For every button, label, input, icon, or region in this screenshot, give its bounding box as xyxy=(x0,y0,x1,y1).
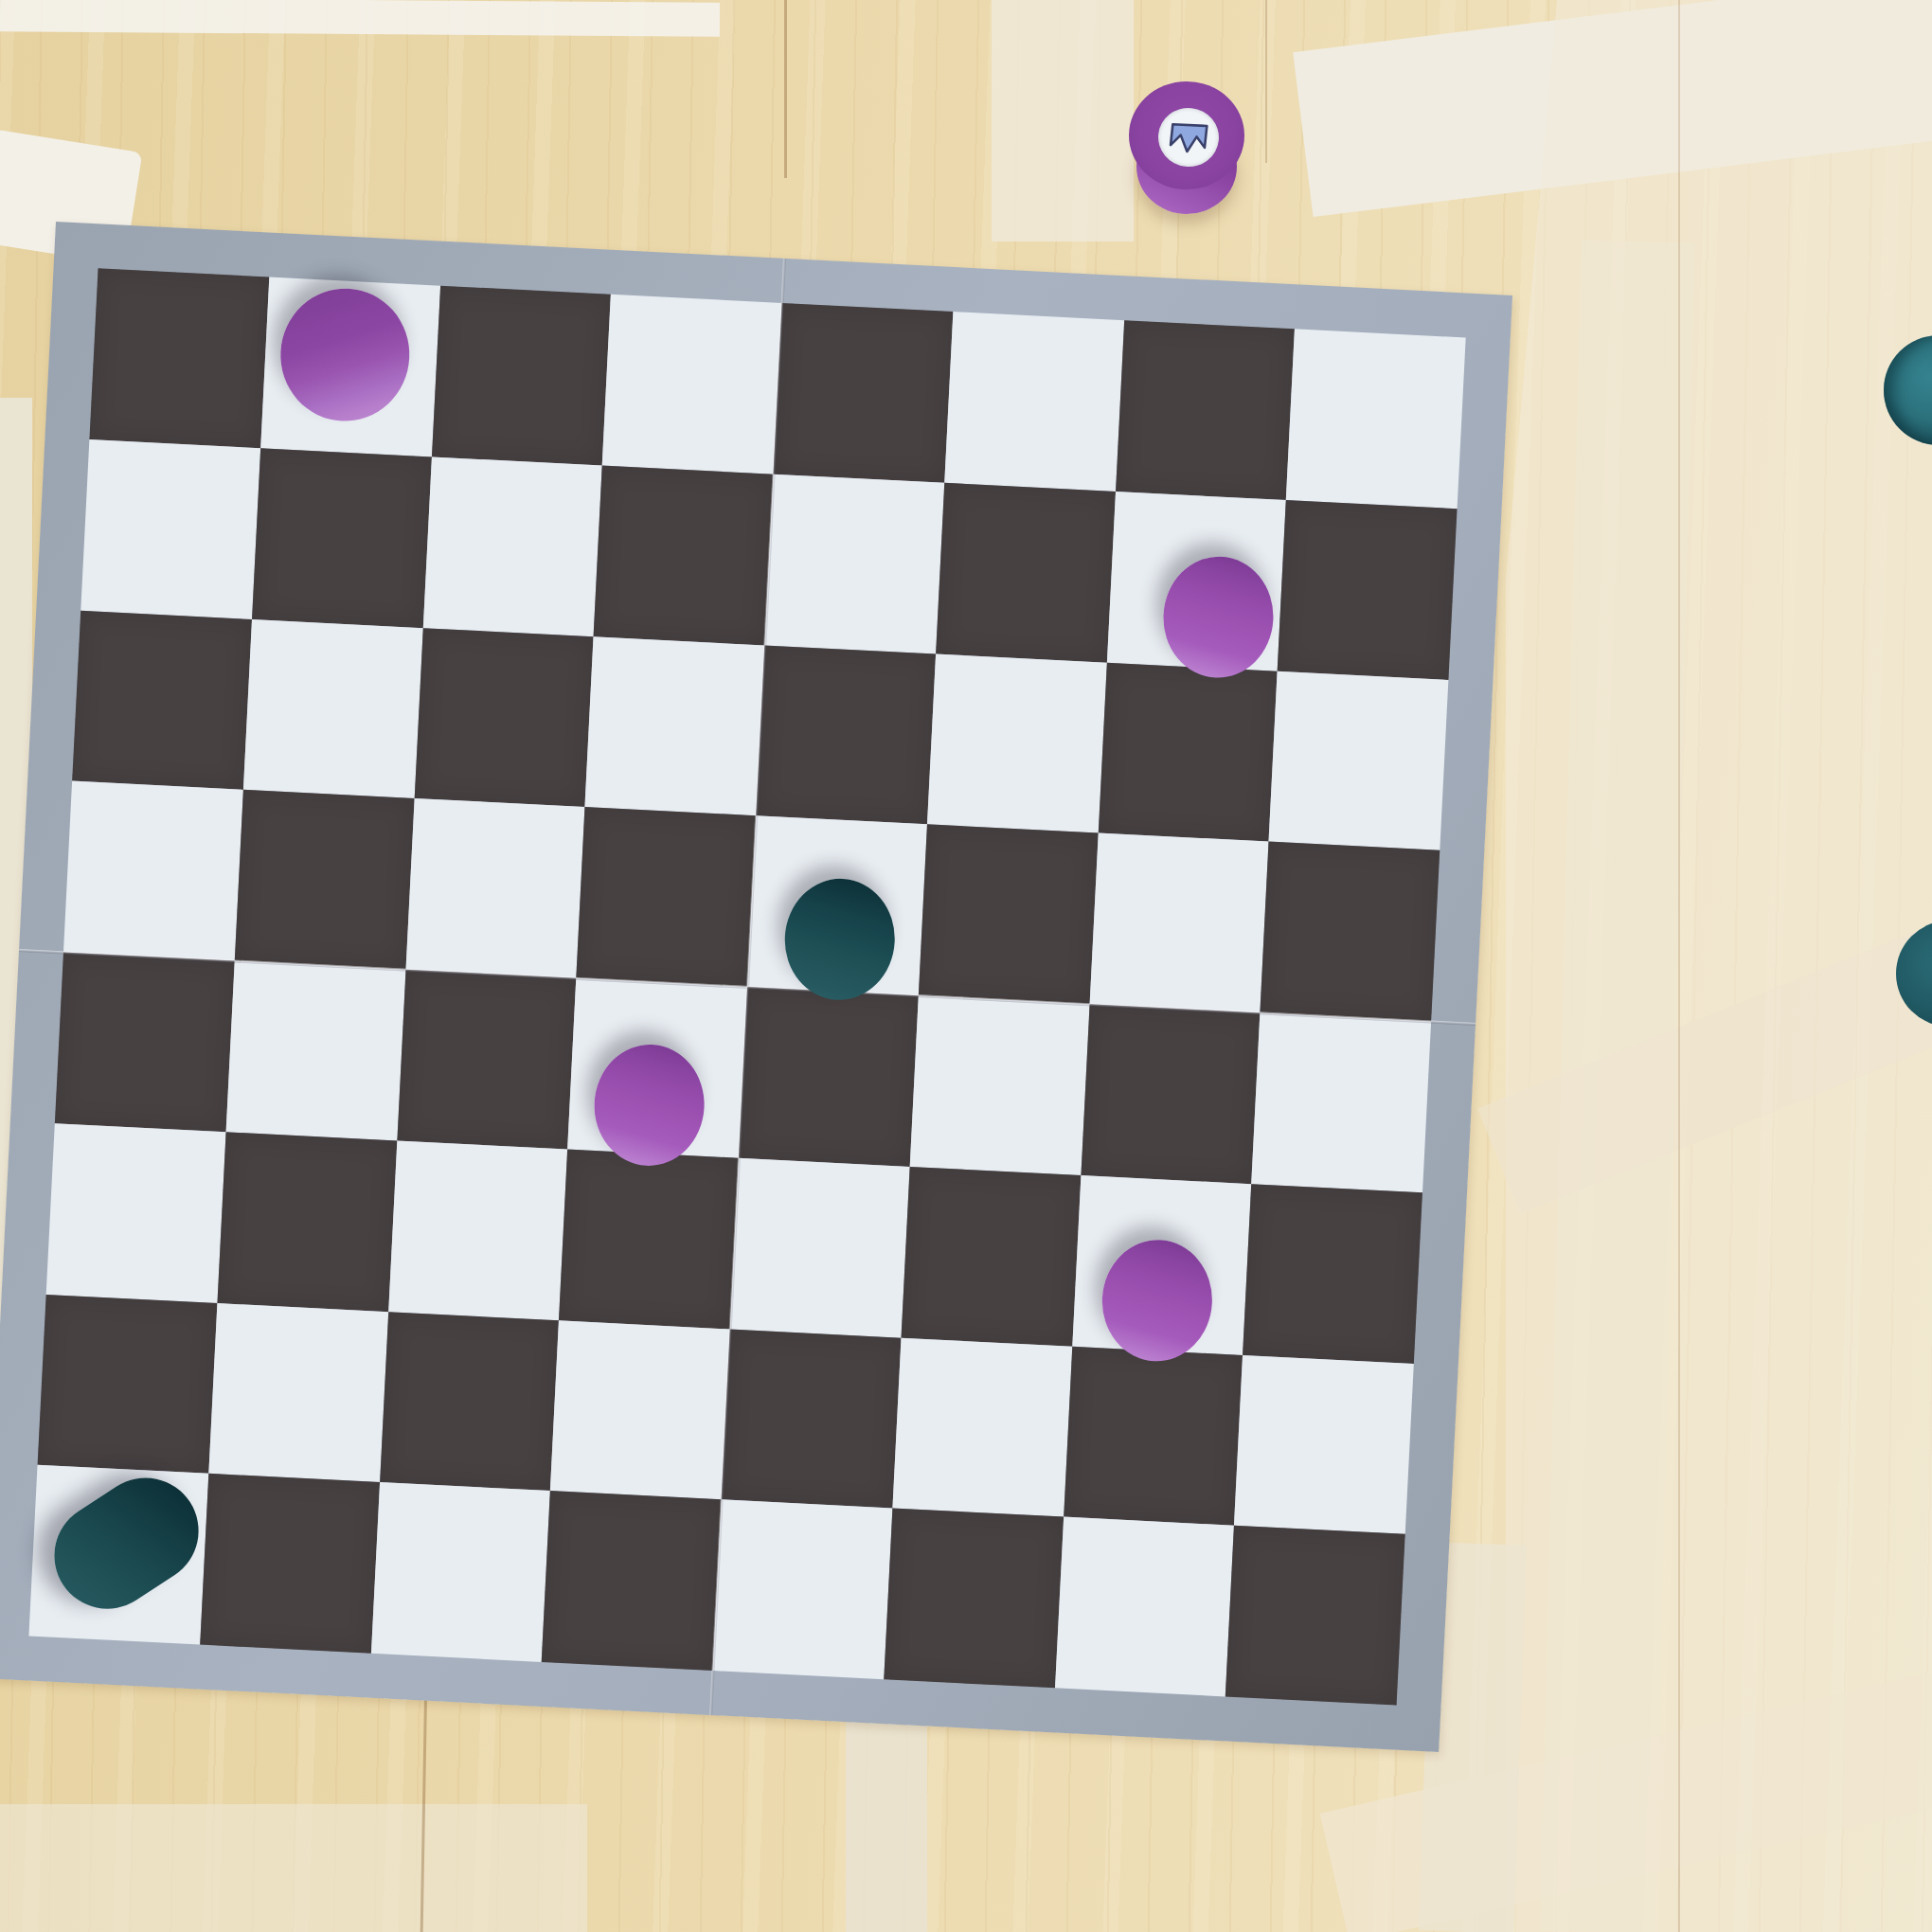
square-c2[interactable] xyxy=(380,1312,560,1492)
square-b5[interactable] xyxy=(235,790,415,970)
square-b6[interactable] xyxy=(243,618,423,798)
square-e4[interactable] xyxy=(739,987,919,1167)
tape-stripe-bottom xyxy=(846,1693,927,1932)
square-h5[interactable] xyxy=(1261,842,1440,1022)
square-a7[interactable] xyxy=(80,439,260,619)
plywood-seam-line xyxy=(1265,0,1267,163)
square-g1[interactable] xyxy=(1055,1517,1235,1697)
square-b1[interactable] xyxy=(200,1474,380,1654)
square-f5[interactable] xyxy=(919,825,1099,1005)
square-f7[interactable] xyxy=(936,483,1116,663)
square-b4[interactable] xyxy=(225,961,405,1141)
square-e3[interactable] xyxy=(730,1157,910,1337)
square-g8[interactable] xyxy=(1116,320,1296,500)
square-h7[interactable] xyxy=(1278,500,1458,680)
square-c7[interactable] xyxy=(422,456,602,636)
crown-icon xyxy=(1165,117,1212,158)
checkers-board xyxy=(0,222,1512,1752)
square-a5[interactable] xyxy=(63,781,243,961)
square-d3[interactable] xyxy=(559,1149,739,1329)
square-f3[interactable] xyxy=(901,1167,1081,1347)
plywood-seam-line xyxy=(784,0,787,178)
square-d7[interactable] xyxy=(594,465,774,645)
square-c3[interactable] xyxy=(388,1140,568,1320)
square-a8[interactable] xyxy=(89,268,269,448)
square-b3[interactable] xyxy=(217,1132,397,1312)
square-c4[interactable] xyxy=(397,970,577,1150)
square-c6[interactable] xyxy=(414,628,594,808)
square-e7[interactable] xyxy=(764,474,944,653)
square-h3[interactable] xyxy=(1243,1184,1422,1364)
plywood-seam-line xyxy=(1678,0,1680,1932)
square-h4[interactable] xyxy=(1251,1012,1431,1192)
square-e8[interactable] xyxy=(773,303,953,483)
square-a3[interactable] xyxy=(46,1123,226,1303)
square-h6[interactable] xyxy=(1269,671,1449,850)
square-a6[interactable] xyxy=(72,610,252,790)
square-h1[interactable] xyxy=(1225,1526,1405,1706)
table-scene xyxy=(0,0,1932,1932)
square-c1[interactable] xyxy=(370,1482,550,1662)
square-d5[interactable] xyxy=(577,807,757,987)
square-a4[interactable] xyxy=(55,952,235,1132)
square-g5[interactable] xyxy=(1089,833,1269,1013)
tape-strip-top xyxy=(0,0,720,37)
square-g2[interactable] xyxy=(1064,1346,1243,1526)
square-d6[interactable] xyxy=(585,636,765,816)
square-b2[interactable] xyxy=(208,1303,388,1483)
tape-patch-bottom-left xyxy=(0,1804,587,1932)
square-c8[interactable] xyxy=(431,286,611,466)
square-f2[interactable] xyxy=(892,1337,1072,1517)
square-d1[interactable] xyxy=(542,1491,722,1671)
square-f1[interactable] xyxy=(884,1509,1064,1689)
square-h2[interactable] xyxy=(1234,1354,1414,1534)
square-f6[interactable] xyxy=(927,653,1107,833)
purple-king-piece[interactable] xyxy=(1129,81,1244,220)
square-d2[interactable] xyxy=(550,1320,730,1500)
square-a2[interactable] xyxy=(38,1294,218,1474)
square-c5[interactable] xyxy=(405,798,585,978)
square-f4[interactable] xyxy=(909,995,1089,1175)
square-e2[interactable] xyxy=(722,1329,902,1509)
square-d8[interactable] xyxy=(602,295,782,474)
square-b7[interactable] xyxy=(252,448,432,628)
square-f8[interactable] xyxy=(944,312,1124,492)
square-e6[interactable] xyxy=(756,645,936,825)
square-e1[interactable] xyxy=(712,1500,892,1680)
tape-stripe-top-middle xyxy=(992,0,1134,241)
square-g6[interactable] xyxy=(1098,662,1278,842)
square-g4[interactable] xyxy=(1081,1004,1261,1184)
square-h8[interactable] xyxy=(1286,329,1466,509)
